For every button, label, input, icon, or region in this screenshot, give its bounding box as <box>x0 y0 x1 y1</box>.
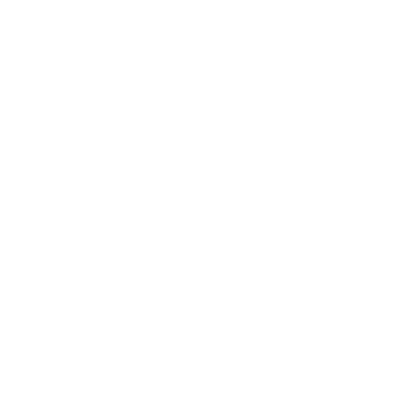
product-photo <box>0 0 400 400</box>
muffin-tray <box>0 0 400 400</box>
